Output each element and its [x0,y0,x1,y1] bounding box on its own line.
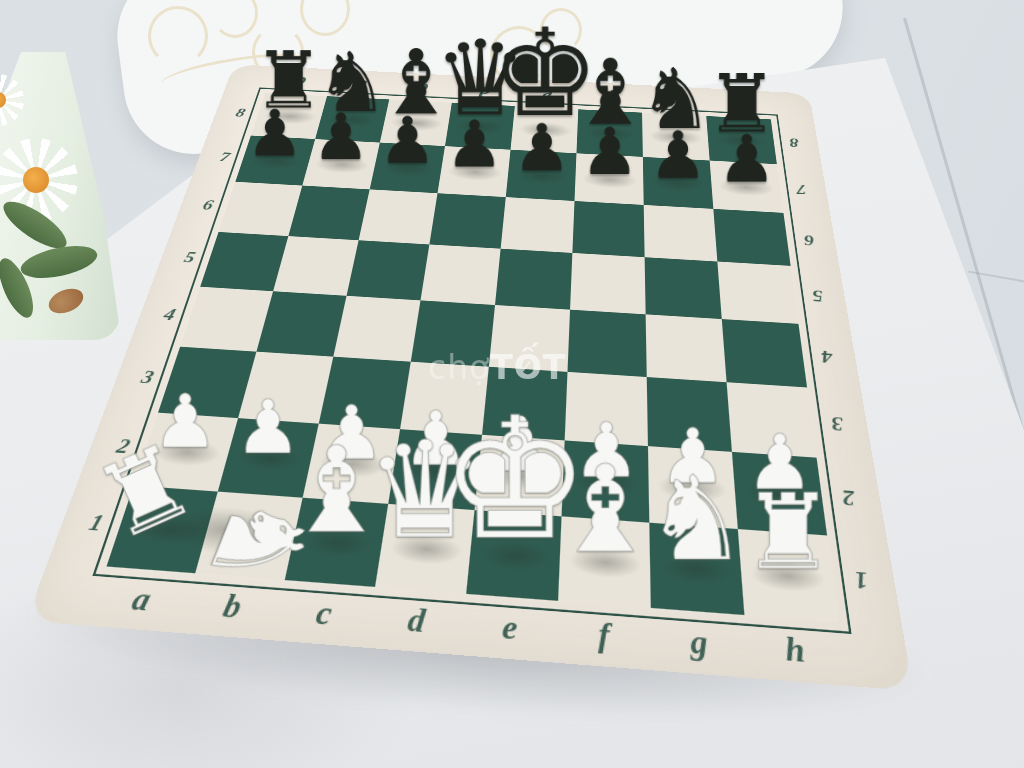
square-d8 [445,103,515,150]
rank-label-right-5: 5 [793,266,844,327]
square-c7 [370,143,445,194]
square-h7 [710,161,784,213]
watermark-text-tot: TỐT✓ [490,348,566,387]
square-e6 [501,197,575,253]
rank-label-right-4: 4 [801,324,855,391]
square-e7 [506,150,577,201]
square-f4 [567,310,646,377]
square-h6 [713,209,790,266]
square-c8 [380,99,452,146]
square-b6 [288,186,369,241]
file-label-bottom-h: h [745,617,847,683]
square-e5 [495,249,572,310]
square-g8 [642,113,710,161]
square-g7 [643,157,714,209]
square-f5 [570,253,646,314]
watermark-text-cho: chợ [428,348,490,387]
file-label-bottom-f: f [556,603,652,668]
square-e8 [511,106,579,153]
square-g4 [646,314,727,382]
square-d7 [438,146,511,197]
square-c6 [359,189,438,244]
square-g6 [644,205,718,262]
square-d5 [421,244,501,305]
square-f7 [575,153,644,205]
square-h4 [722,319,807,387]
square-g5 [645,257,722,319]
square-b8 [315,96,389,142]
square-b4 [256,291,346,356]
white-rook-glyph: ♜ [696,479,879,584]
product-photo: aabbccddeeffgghh1122334455667788♜♞♝♛♚♝♞♜… [0,0,1024,768]
rank-label-right-6: 6 [785,213,834,268]
square-b7 [302,139,380,189]
square-h8 [706,116,777,164]
square-c4 [333,296,420,362]
watermark-check-icon: ✓ [518,355,535,377]
square-d6 [429,193,505,248]
file-label-bottom-g: g [651,610,749,675]
file-label-bottom-d: d [366,589,466,652]
square-c5 [347,240,430,300]
square-b5 [273,236,359,296]
square-a8 [251,93,327,139]
square-f6 [572,201,644,257]
square-f8 [576,109,642,157]
square-h5 [717,262,798,324]
file-label-bottom-e: e [460,596,558,660]
watermark-chotot: chợTỐT✓ [428,348,566,387]
